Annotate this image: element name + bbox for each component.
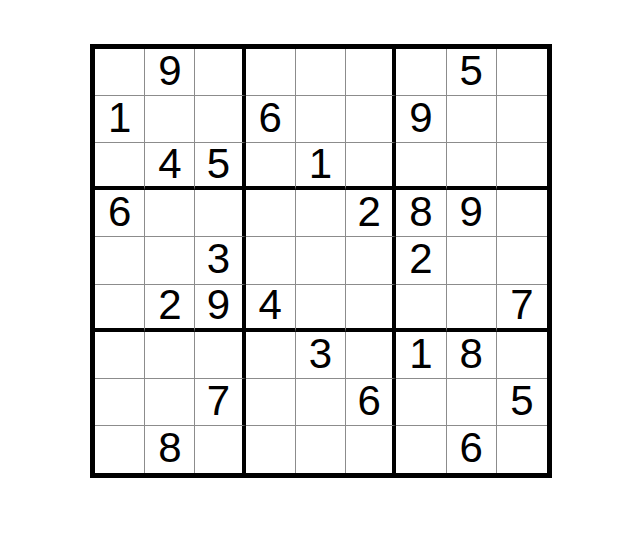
cell-r7c6[interactable]: [346, 332, 396, 379]
cell-r1c5[interactable]: [296, 49, 346, 96]
cell-r9c6[interactable]: [346, 426, 396, 473]
cell-r1c6[interactable]: [346, 49, 396, 96]
cell-r6c5[interactable]: [296, 285, 346, 332]
cell-r3c9[interactable]: [497, 143, 547, 190]
given-digit: 5: [510, 380, 533, 422]
cell-r5c7[interactable]: 2: [396, 237, 446, 284]
given-digit: 6: [358, 380, 381, 422]
given-digit: 5: [207, 143, 230, 185]
cell-r9c2[interactable]: 8: [145, 426, 195, 473]
cell-r6c4[interactable]: 4: [246, 285, 296, 332]
cell-r1c4[interactable]: [246, 49, 296, 96]
cell-r2c6[interactable]: [346, 96, 396, 143]
given-digit: 3: [309, 333, 332, 375]
cell-r2c1[interactable]: 1: [95, 96, 145, 143]
given-digit: 1: [409, 333, 432, 375]
cell-r1c7[interactable]: [396, 49, 446, 96]
cell-r8c8[interactable]: [447, 379, 497, 426]
cell-r2c9[interactable]: [497, 96, 547, 143]
given-digit: 7: [207, 380, 230, 422]
cell-r8c3[interactable]: 7: [195, 379, 245, 426]
cell-r9c7[interactable]: [396, 426, 446, 473]
given-digit: 7: [510, 284, 533, 326]
given-digit: 9: [459, 191, 482, 233]
cell-r8c2[interactable]: [145, 379, 195, 426]
cell-r7c7[interactable]: 1: [396, 332, 446, 379]
given-digit: 9: [207, 284, 230, 326]
cell-r8c9[interactable]: 5: [497, 379, 547, 426]
cell-r7c5[interactable]: 3: [296, 332, 346, 379]
cell-r6c8[interactable]: [447, 285, 497, 332]
cell-r8c1[interactable]: [95, 379, 145, 426]
given-digit: 8: [459, 333, 482, 375]
cell-r3c2[interactable]: 4: [145, 143, 195, 190]
cell-r9c1[interactable]: [95, 426, 145, 473]
cell-r9c4[interactable]: [246, 426, 296, 473]
cell-r5c2[interactable]: [145, 237, 195, 284]
cell-r1c8[interactable]: 5: [447, 49, 497, 96]
given-digit: 4: [158, 143, 181, 185]
cell-r9c3[interactable]: [195, 426, 245, 473]
cell-r4c3[interactable]: [195, 190, 245, 237]
cell-r4c1[interactable]: 6: [95, 190, 145, 237]
cell-r4c2[interactable]: [145, 190, 195, 237]
cell-r7c9[interactable]: [497, 332, 547, 379]
given-digit: 8: [158, 427, 181, 469]
cell-r1c2[interactable]: 9: [145, 49, 195, 96]
cell-r3c1[interactable]: [95, 143, 145, 190]
cell-r8c6[interactable]: 6: [346, 379, 396, 426]
cell-r7c2[interactable]: [145, 332, 195, 379]
cell-r8c4[interactable]: [246, 379, 296, 426]
cell-r9c9[interactable]: [497, 426, 547, 473]
cell-r3c8[interactable]: [447, 143, 497, 190]
cell-r5c9[interactable]: [497, 237, 547, 284]
given-digit: 6: [459, 427, 482, 469]
given-digit: 4: [259, 284, 282, 326]
sudoku-board: 95169451628932294731876586: [90, 44, 552, 478]
cell-r4c4[interactable]: [246, 190, 296, 237]
cell-r7c4[interactable]: [246, 332, 296, 379]
cell-r4c6[interactable]: 2: [346, 190, 396, 237]
given-digit: 2: [409, 238, 432, 280]
cell-r5c5[interactable]: [296, 237, 346, 284]
cell-r7c8[interactable]: 8: [447, 332, 497, 379]
cell-r1c9[interactable]: [497, 49, 547, 96]
cell-r3c4[interactable]: [246, 143, 296, 190]
given-digit: 1: [309, 143, 332, 185]
given-digit: 9: [158, 50, 181, 92]
cell-r4c7[interactable]: 8: [396, 190, 446, 237]
cell-r6c6[interactable]: [346, 285, 396, 332]
cell-r3c7[interactable]: [396, 143, 446, 190]
cell-r1c1[interactable]: [95, 49, 145, 96]
cell-r5c1[interactable]: [95, 237, 145, 284]
cell-r5c8[interactable]: [447, 237, 497, 284]
cell-r2c5[interactable]: [296, 96, 346, 143]
cell-r3c6[interactable]: [346, 143, 396, 190]
cell-r4c9[interactable]: [497, 190, 547, 237]
cell-r4c8[interactable]: 9: [447, 190, 497, 237]
sudoku-page: 95169451628932294731876586: [0, 0, 640, 540]
given-digit: 9: [409, 97, 432, 139]
cell-r2c3[interactable]: [195, 96, 245, 143]
cell-r7c1[interactable]: [95, 332, 145, 379]
cell-r2c7[interactable]: 9: [396, 96, 446, 143]
cell-r6c3[interactable]: 9: [195, 285, 245, 332]
cell-r5c6[interactable]: [346, 237, 396, 284]
cell-r7c3[interactable]: [195, 332, 245, 379]
given-digit: 6: [259, 97, 282, 139]
cell-r6c1[interactable]: [95, 285, 145, 332]
cell-r6c7[interactable]: [396, 285, 446, 332]
cell-r2c8[interactable]: [447, 96, 497, 143]
cell-r5c3[interactable]: 3: [195, 237, 245, 284]
given-digit: 3: [207, 238, 230, 280]
given-digit: 8: [409, 191, 432, 233]
cell-r1c3[interactable]: [195, 49, 245, 96]
cell-r2c4[interactable]: 6: [246, 96, 296, 143]
cell-r6c9[interactable]: 7: [497, 285, 547, 332]
cell-r6c2[interactable]: 2: [145, 285, 195, 332]
cell-r9c5[interactable]: [296, 426, 346, 473]
cell-r5c4[interactable]: [246, 237, 296, 284]
cell-r4c5[interactable]: [296, 190, 346, 237]
given-digit: 1: [108, 97, 131, 139]
cell-r3c3[interactable]: 5: [195, 143, 245, 190]
cell-r3c5[interactable]: 1: [296, 143, 346, 190]
given-digit: 2: [158, 284, 181, 326]
given-digit: 5: [459, 50, 482, 92]
cell-r8c7[interactable]: [396, 379, 446, 426]
given-digit: 2: [358, 191, 381, 233]
cell-r9c8[interactable]: 6: [447, 426, 497, 473]
cell-r2c2[interactable]: [145, 96, 195, 143]
cell-r8c5[interactable]: [296, 379, 346, 426]
given-digit: 6: [108, 191, 131, 233]
